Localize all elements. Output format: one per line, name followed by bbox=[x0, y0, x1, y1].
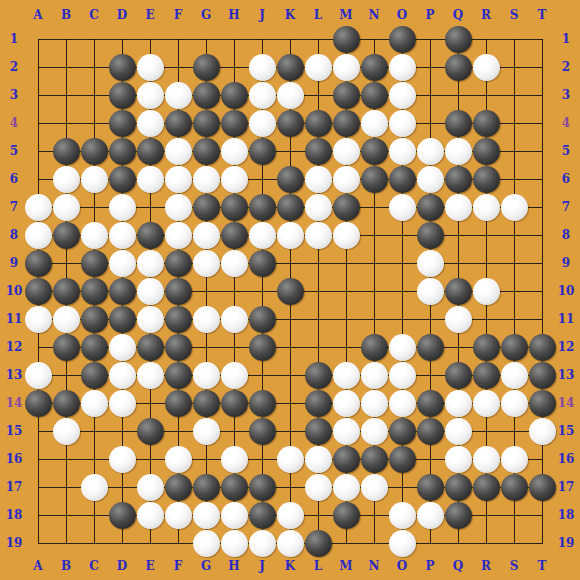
point-E15[interactable] bbox=[136, 417, 164, 445]
point-P6[interactable] bbox=[416, 165, 444, 193]
point-B10[interactable] bbox=[52, 277, 80, 305]
point-Q7[interactable] bbox=[444, 193, 472, 221]
point-K12[interactable] bbox=[276, 333, 304, 361]
point-B18[interactable] bbox=[52, 501, 80, 529]
point-O14[interactable] bbox=[388, 389, 416, 417]
point-F5[interactable] bbox=[164, 137, 192, 165]
point-H10[interactable] bbox=[220, 277, 248, 305]
point-J17[interactable] bbox=[248, 473, 276, 501]
point-A13[interactable] bbox=[24, 361, 52, 389]
point-D7[interactable] bbox=[108, 193, 136, 221]
point-G19[interactable] bbox=[192, 529, 220, 557]
point-N8[interactable] bbox=[360, 221, 388, 249]
point-F7[interactable] bbox=[164, 193, 192, 221]
point-A10[interactable] bbox=[24, 277, 52, 305]
point-L11[interactable] bbox=[304, 305, 332, 333]
point-P7[interactable] bbox=[416, 193, 444, 221]
point-E11[interactable] bbox=[136, 305, 164, 333]
point-T13[interactable] bbox=[528, 361, 556, 389]
point-L4[interactable] bbox=[304, 109, 332, 137]
point-L7[interactable] bbox=[304, 193, 332, 221]
point-E9[interactable] bbox=[136, 249, 164, 277]
point-E6[interactable] bbox=[136, 165, 164, 193]
point-R6[interactable] bbox=[472, 165, 500, 193]
point-H4[interactable] bbox=[220, 109, 248, 137]
point-T14[interactable] bbox=[528, 389, 556, 417]
point-H19[interactable] bbox=[220, 529, 248, 557]
point-R17[interactable] bbox=[472, 473, 500, 501]
point-K16[interactable] bbox=[276, 445, 304, 473]
point-H15[interactable] bbox=[220, 417, 248, 445]
point-T12[interactable] bbox=[528, 333, 556, 361]
point-J19[interactable] bbox=[248, 529, 276, 557]
point-F8[interactable] bbox=[164, 221, 192, 249]
point-N6[interactable] bbox=[360, 165, 388, 193]
point-G16[interactable] bbox=[192, 445, 220, 473]
point-S9[interactable] bbox=[500, 249, 528, 277]
point-J5[interactable] bbox=[248, 137, 276, 165]
point-N1[interactable] bbox=[360, 25, 388, 53]
point-D16[interactable] bbox=[108, 445, 136, 473]
point-Q16[interactable] bbox=[444, 445, 472, 473]
point-R3[interactable] bbox=[472, 81, 500, 109]
point-T19[interactable] bbox=[528, 529, 556, 557]
point-A12[interactable] bbox=[24, 333, 52, 361]
point-K7[interactable] bbox=[276, 193, 304, 221]
point-L12[interactable] bbox=[304, 333, 332, 361]
point-Q19[interactable] bbox=[444, 529, 472, 557]
point-D18[interactable] bbox=[108, 501, 136, 529]
point-D11[interactable] bbox=[108, 305, 136, 333]
point-O13[interactable] bbox=[388, 361, 416, 389]
point-G3[interactable] bbox=[192, 81, 220, 109]
point-L15[interactable] bbox=[304, 417, 332, 445]
point-G5[interactable] bbox=[192, 137, 220, 165]
point-G10[interactable] bbox=[192, 277, 220, 305]
point-H11[interactable] bbox=[220, 305, 248, 333]
point-J14[interactable] bbox=[248, 389, 276, 417]
point-T1[interactable] bbox=[528, 25, 556, 53]
point-J10[interactable] bbox=[248, 277, 276, 305]
point-M1[interactable] bbox=[332, 25, 360, 53]
point-D17[interactable] bbox=[108, 473, 136, 501]
point-R19[interactable] bbox=[472, 529, 500, 557]
point-O3[interactable] bbox=[388, 81, 416, 109]
point-F6[interactable] bbox=[164, 165, 192, 193]
point-S13[interactable] bbox=[500, 361, 528, 389]
point-S4[interactable] bbox=[500, 109, 528, 137]
point-H16[interactable] bbox=[220, 445, 248, 473]
point-J3[interactable] bbox=[248, 81, 276, 109]
point-S11[interactable] bbox=[500, 305, 528, 333]
point-K3[interactable] bbox=[276, 81, 304, 109]
point-Q15[interactable] bbox=[444, 417, 472, 445]
point-D5[interactable] bbox=[108, 137, 136, 165]
point-N13[interactable] bbox=[360, 361, 388, 389]
point-G2[interactable] bbox=[192, 53, 220, 81]
point-Q12[interactable] bbox=[444, 333, 472, 361]
point-M12[interactable] bbox=[332, 333, 360, 361]
point-G17[interactable] bbox=[192, 473, 220, 501]
point-S18[interactable] bbox=[500, 501, 528, 529]
point-C11[interactable] bbox=[80, 305, 108, 333]
point-S12[interactable] bbox=[500, 333, 528, 361]
point-C16[interactable] bbox=[80, 445, 108, 473]
point-H17[interactable] bbox=[220, 473, 248, 501]
point-H12[interactable] bbox=[220, 333, 248, 361]
point-G18[interactable] bbox=[192, 501, 220, 529]
point-K10[interactable] bbox=[276, 277, 304, 305]
point-R10[interactable] bbox=[472, 277, 500, 305]
point-K5[interactable] bbox=[276, 137, 304, 165]
point-E18[interactable] bbox=[136, 501, 164, 529]
point-J12[interactable] bbox=[248, 333, 276, 361]
point-Q18[interactable] bbox=[444, 501, 472, 529]
point-G7[interactable] bbox=[192, 193, 220, 221]
point-L13[interactable] bbox=[304, 361, 332, 389]
point-N19[interactable] bbox=[360, 529, 388, 557]
point-C3[interactable] bbox=[80, 81, 108, 109]
point-T8[interactable] bbox=[528, 221, 556, 249]
point-T4[interactable] bbox=[528, 109, 556, 137]
point-H9[interactable] bbox=[220, 249, 248, 277]
point-C13[interactable] bbox=[80, 361, 108, 389]
point-E1[interactable] bbox=[136, 25, 164, 53]
point-S17[interactable] bbox=[500, 473, 528, 501]
point-O8[interactable] bbox=[388, 221, 416, 249]
point-M15[interactable] bbox=[332, 417, 360, 445]
point-Q5[interactable] bbox=[444, 137, 472, 165]
point-S2[interactable] bbox=[500, 53, 528, 81]
point-D3[interactable] bbox=[108, 81, 136, 109]
point-C14[interactable] bbox=[80, 389, 108, 417]
point-K15[interactable] bbox=[276, 417, 304, 445]
point-P12[interactable] bbox=[416, 333, 444, 361]
point-L16[interactable] bbox=[304, 445, 332, 473]
point-N5[interactable] bbox=[360, 137, 388, 165]
point-E3[interactable] bbox=[136, 81, 164, 109]
point-Q2[interactable] bbox=[444, 53, 472, 81]
point-K18[interactable] bbox=[276, 501, 304, 529]
point-M6[interactable] bbox=[332, 165, 360, 193]
point-D19[interactable] bbox=[108, 529, 136, 557]
point-K4[interactable] bbox=[276, 109, 304, 137]
point-C15[interactable] bbox=[80, 417, 108, 445]
point-J15[interactable] bbox=[248, 417, 276, 445]
point-K2[interactable] bbox=[276, 53, 304, 81]
point-D10[interactable] bbox=[108, 277, 136, 305]
point-P9[interactable] bbox=[416, 249, 444, 277]
point-J13[interactable] bbox=[248, 361, 276, 389]
point-Q3[interactable] bbox=[444, 81, 472, 109]
point-F16[interactable] bbox=[164, 445, 192, 473]
point-G1[interactable] bbox=[192, 25, 220, 53]
point-H3[interactable] bbox=[220, 81, 248, 109]
point-R11[interactable] bbox=[472, 305, 500, 333]
point-T18[interactable] bbox=[528, 501, 556, 529]
point-K9[interactable] bbox=[276, 249, 304, 277]
point-F14[interactable] bbox=[164, 389, 192, 417]
point-C1[interactable] bbox=[80, 25, 108, 53]
point-L17[interactable] bbox=[304, 473, 332, 501]
point-M18[interactable] bbox=[332, 501, 360, 529]
point-N15[interactable] bbox=[360, 417, 388, 445]
point-J4[interactable] bbox=[248, 109, 276, 137]
point-Q8[interactable] bbox=[444, 221, 472, 249]
point-O17[interactable] bbox=[388, 473, 416, 501]
point-C5[interactable] bbox=[80, 137, 108, 165]
point-J11[interactable] bbox=[248, 305, 276, 333]
point-G4[interactable] bbox=[192, 109, 220, 137]
point-T16[interactable] bbox=[528, 445, 556, 473]
point-T6[interactable] bbox=[528, 165, 556, 193]
point-N16[interactable] bbox=[360, 445, 388, 473]
point-K1[interactable] bbox=[276, 25, 304, 53]
point-E8[interactable] bbox=[136, 221, 164, 249]
point-L9[interactable] bbox=[304, 249, 332, 277]
point-Q6[interactable] bbox=[444, 165, 472, 193]
point-M17[interactable] bbox=[332, 473, 360, 501]
point-A17[interactable] bbox=[24, 473, 52, 501]
point-T17[interactable] bbox=[528, 473, 556, 501]
point-E10[interactable] bbox=[136, 277, 164, 305]
point-M11[interactable] bbox=[332, 305, 360, 333]
point-O15[interactable] bbox=[388, 417, 416, 445]
point-E12[interactable] bbox=[136, 333, 164, 361]
point-F15[interactable] bbox=[164, 417, 192, 445]
point-A3[interactable] bbox=[24, 81, 52, 109]
point-P14[interactable] bbox=[416, 389, 444, 417]
point-B11[interactable] bbox=[52, 305, 80, 333]
point-O1[interactable] bbox=[388, 25, 416, 53]
point-R13[interactable] bbox=[472, 361, 500, 389]
point-M14[interactable] bbox=[332, 389, 360, 417]
point-B16[interactable] bbox=[52, 445, 80, 473]
point-B13[interactable] bbox=[52, 361, 80, 389]
point-E14[interactable] bbox=[136, 389, 164, 417]
point-L5[interactable] bbox=[304, 137, 332, 165]
point-O5[interactable] bbox=[388, 137, 416, 165]
point-D6[interactable] bbox=[108, 165, 136, 193]
point-D4[interactable] bbox=[108, 109, 136, 137]
point-S7[interactable] bbox=[500, 193, 528, 221]
point-H14[interactable] bbox=[220, 389, 248, 417]
point-L8[interactable] bbox=[304, 221, 332, 249]
point-E2[interactable] bbox=[136, 53, 164, 81]
point-C9[interactable] bbox=[80, 249, 108, 277]
point-F3[interactable] bbox=[164, 81, 192, 109]
point-N9[interactable] bbox=[360, 249, 388, 277]
point-T2[interactable] bbox=[528, 53, 556, 81]
point-C12[interactable] bbox=[80, 333, 108, 361]
point-T3[interactable] bbox=[528, 81, 556, 109]
point-M3[interactable] bbox=[332, 81, 360, 109]
point-A11[interactable] bbox=[24, 305, 52, 333]
point-B5[interactable] bbox=[52, 137, 80, 165]
point-B6[interactable] bbox=[52, 165, 80, 193]
point-R5[interactable] bbox=[472, 137, 500, 165]
point-N12[interactable] bbox=[360, 333, 388, 361]
point-E19[interactable] bbox=[136, 529, 164, 557]
point-B19[interactable] bbox=[52, 529, 80, 557]
point-G11[interactable] bbox=[192, 305, 220, 333]
point-C19[interactable] bbox=[80, 529, 108, 557]
point-H2[interactable] bbox=[220, 53, 248, 81]
point-P8[interactable] bbox=[416, 221, 444, 249]
point-P5[interactable] bbox=[416, 137, 444, 165]
point-A7[interactable] bbox=[24, 193, 52, 221]
point-K13[interactable] bbox=[276, 361, 304, 389]
point-B9[interactable] bbox=[52, 249, 80, 277]
point-J8[interactable] bbox=[248, 221, 276, 249]
point-J16[interactable] bbox=[248, 445, 276, 473]
point-B3[interactable] bbox=[52, 81, 80, 109]
point-O10[interactable] bbox=[388, 277, 416, 305]
point-Q14[interactable] bbox=[444, 389, 472, 417]
point-E13[interactable] bbox=[136, 361, 164, 389]
point-S10[interactable] bbox=[500, 277, 528, 305]
point-B4[interactable] bbox=[52, 109, 80, 137]
point-P15[interactable] bbox=[416, 417, 444, 445]
point-K11[interactable] bbox=[276, 305, 304, 333]
point-N14[interactable] bbox=[360, 389, 388, 417]
point-M16[interactable] bbox=[332, 445, 360, 473]
point-D1[interactable] bbox=[108, 25, 136, 53]
point-N4[interactable] bbox=[360, 109, 388, 137]
point-J6[interactable] bbox=[248, 165, 276, 193]
point-D8[interactable] bbox=[108, 221, 136, 249]
point-A8[interactable] bbox=[24, 221, 52, 249]
point-O9[interactable] bbox=[388, 249, 416, 277]
point-J2[interactable] bbox=[248, 53, 276, 81]
point-C4[interactable] bbox=[80, 109, 108, 137]
point-M19[interactable] bbox=[332, 529, 360, 557]
point-M5[interactable] bbox=[332, 137, 360, 165]
point-P17[interactable] bbox=[416, 473, 444, 501]
point-A1[interactable] bbox=[24, 25, 52, 53]
point-P18[interactable] bbox=[416, 501, 444, 529]
point-L18[interactable] bbox=[304, 501, 332, 529]
point-R8[interactable] bbox=[472, 221, 500, 249]
point-P16[interactable] bbox=[416, 445, 444, 473]
point-A9[interactable] bbox=[24, 249, 52, 277]
point-E5[interactable] bbox=[136, 137, 164, 165]
point-L6[interactable] bbox=[304, 165, 332, 193]
point-M9[interactable] bbox=[332, 249, 360, 277]
point-C18[interactable] bbox=[80, 501, 108, 529]
point-D9[interactable] bbox=[108, 249, 136, 277]
point-B15[interactable] bbox=[52, 417, 80, 445]
point-A4[interactable] bbox=[24, 109, 52, 137]
point-G14[interactable] bbox=[192, 389, 220, 417]
point-H7[interactable] bbox=[220, 193, 248, 221]
point-F9[interactable] bbox=[164, 249, 192, 277]
point-H6[interactable] bbox=[220, 165, 248, 193]
point-N11[interactable] bbox=[360, 305, 388, 333]
point-H18[interactable] bbox=[220, 501, 248, 529]
point-D13[interactable] bbox=[108, 361, 136, 389]
point-O4[interactable] bbox=[388, 109, 416, 137]
point-A5[interactable] bbox=[24, 137, 52, 165]
point-F13[interactable] bbox=[164, 361, 192, 389]
point-T11[interactable] bbox=[528, 305, 556, 333]
point-S8[interactable] bbox=[500, 221, 528, 249]
point-B12[interactable] bbox=[52, 333, 80, 361]
point-S15[interactable] bbox=[500, 417, 528, 445]
point-F18[interactable] bbox=[164, 501, 192, 529]
point-S16[interactable] bbox=[500, 445, 528, 473]
point-N17[interactable] bbox=[360, 473, 388, 501]
point-A19[interactable] bbox=[24, 529, 52, 557]
point-L10[interactable] bbox=[304, 277, 332, 305]
point-M13[interactable] bbox=[332, 361, 360, 389]
point-S6[interactable] bbox=[500, 165, 528, 193]
point-P19[interactable] bbox=[416, 529, 444, 557]
point-C8[interactable] bbox=[80, 221, 108, 249]
point-N18[interactable] bbox=[360, 501, 388, 529]
point-A6[interactable] bbox=[24, 165, 52, 193]
point-J7[interactable] bbox=[248, 193, 276, 221]
point-M2[interactable] bbox=[332, 53, 360, 81]
point-F11[interactable] bbox=[164, 305, 192, 333]
point-D12[interactable] bbox=[108, 333, 136, 361]
point-B2[interactable] bbox=[52, 53, 80, 81]
point-O11[interactable] bbox=[388, 305, 416, 333]
point-R18[interactable] bbox=[472, 501, 500, 529]
point-M8[interactable] bbox=[332, 221, 360, 249]
point-K8[interactable] bbox=[276, 221, 304, 249]
point-R14[interactable] bbox=[472, 389, 500, 417]
point-T15[interactable] bbox=[528, 417, 556, 445]
point-E16[interactable] bbox=[136, 445, 164, 473]
point-R2[interactable] bbox=[472, 53, 500, 81]
point-G12[interactable] bbox=[192, 333, 220, 361]
point-B8[interactable] bbox=[52, 221, 80, 249]
point-Q10[interactable] bbox=[444, 277, 472, 305]
point-Q13[interactable] bbox=[444, 361, 472, 389]
point-H8[interactable] bbox=[220, 221, 248, 249]
point-P3[interactable] bbox=[416, 81, 444, 109]
point-T10[interactable] bbox=[528, 277, 556, 305]
point-R9[interactable] bbox=[472, 249, 500, 277]
point-F2[interactable] bbox=[164, 53, 192, 81]
point-S14[interactable] bbox=[500, 389, 528, 417]
point-F1[interactable] bbox=[164, 25, 192, 53]
point-L19[interactable] bbox=[304, 529, 332, 557]
point-C7[interactable] bbox=[80, 193, 108, 221]
point-S5[interactable] bbox=[500, 137, 528, 165]
point-C6[interactable] bbox=[80, 165, 108, 193]
point-A16[interactable] bbox=[24, 445, 52, 473]
point-D2[interactable] bbox=[108, 53, 136, 81]
point-B14[interactable] bbox=[52, 389, 80, 417]
point-N7[interactable] bbox=[360, 193, 388, 221]
point-C17[interactable] bbox=[80, 473, 108, 501]
point-Q11[interactable] bbox=[444, 305, 472, 333]
point-P10[interactable] bbox=[416, 277, 444, 305]
point-P4[interactable] bbox=[416, 109, 444, 137]
point-K14[interactable] bbox=[276, 389, 304, 417]
point-F4[interactable] bbox=[164, 109, 192, 137]
point-J18[interactable] bbox=[248, 501, 276, 529]
point-A14[interactable] bbox=[24, 389, 52, 417]
point-Q1[interactable] bbox=[444, 25, 472, 53]
point-O19[interactable] bbox=[388, 529, 416, 557]
point-G9[interactable] bbox=[192, 249, 220, 277]
point-R1[interactable] bbox=[472, 25, 500, 53]
point-E4[interactable] bbox=[136, 109, 164, 137]
point-S3[interactable] bbox=[500, 81, 528, 109]
